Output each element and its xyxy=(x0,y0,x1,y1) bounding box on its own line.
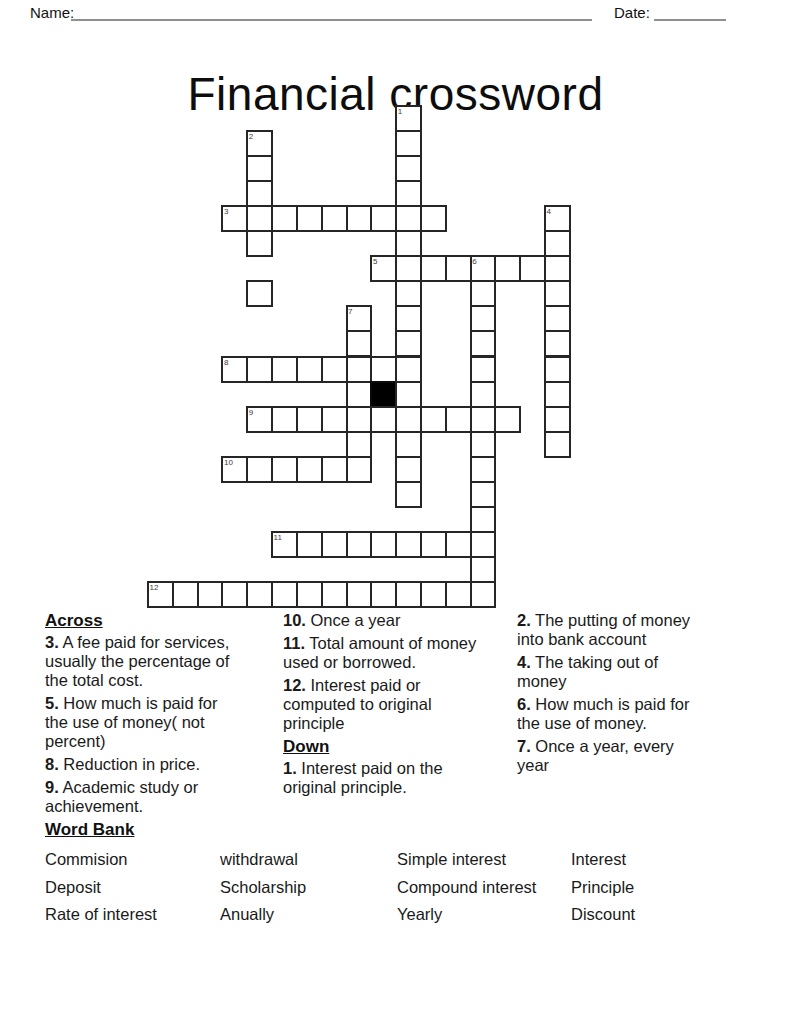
grid-cell[interactable] xyxy=(346,330,373,357)
grid-cell[interactable] xyxy=(494,255,521,282)
grid-cell[interactable] xyxy=(395,406,422,433)
grid-cell[interactable] xyxy=(321,356,348,383)
grid-cell[interactable] xyxy=(346,406,373,433)
grid-cell[interactable] xyxy=(370,356,397,383)
cell-number-5: 5 xyxy=(373,257,377,266)
grid-cell[interactable] xyxy=(420,205,447,232)
clue-2: 2. The putting of money into bank accoun… xyxy=(517,611,767,649)
grid-cell[interactable] xyxy=(395,581,422,608)
clue-text: How much is paid for the use of money( n… xyxy=(45,694,217,750)
clue-text: Reduction in price. xyxy=(63,755,200,773)
grid-cell[interactable] xyxy=(445,406,472,433)
grid-cell[interactable] xyxy=(395,356,422,383)
grid-cell[interactable] xyxy=(346,456,373,483)
grid-cell[interactable] xyxy=(519,255,546,282)
grid-cell[interactable] xyxy=(544,356,571,383)
crossword-worksheet: Name: Date: Financial crossword 12345678… xyxy=(0,0,791,1024)
clues-column-2: 10. Once a year11. Total amount of money… xyxy=(283,611,513,801)
grid-cell[interactable] xyxy=(544,381,571,408)
clue-5: 5. How much is paid for the use of money… xyxy=(45,694,280,751)
grid-cell[interactable] xyxy=(395,305,422,332)
word-bank-item: Principle xyxy=(571,878,721,897)
grid-cell[interactable] xyxy=(420,255,447,282)
date-write-in-line[interactable] xyxy=(654,19,726,21)
grid-cell[interactable] xyxy=(420,531,447,558)
grid-cell[interactable] xyxy=(470,381,497,408)
clue-number: 11. xyxy=(283,634,305,652)
grid-cell[interactable] xyxy=(445,531,472,558)
clue-number: 10. xyxy=(283,611,306,629)
grid-cell[interactable] xyxy=(395,155,422,182)
grid-cell[interactable] xyxy=(445,581,472,608)
grid-cell[interactable] xyxy=(321,456,348,483)
word-bank-item: Commision xyxy=(45,850,220,869)
cell-number-12: 12 xyxy=(150,583,159,592)
grid-cell[interactable] xyxy=(544,406,571,433)
clue-number: 12. xyxy=(283,676,306,694)
clue-8: 8. Reduction in price. xyxy=(45,755,280,774)
grid-cell[interactable] xyxy=(246,155,273,182)
grid-cell[interactable] xyxy=(544,255,571,282)
grid-cell[interactable] xyxy=(470,330,497,357)
cell-number-6: 6 xyxy=(472,257,476,266)
clues-heading-down: Down xyxy=(283,737,513,756)
grid-cell[interactable] xyxy=(246,456,273,483)
clue-text: Academic study or achievement. xyxy=(45,778,198,815)
grid-cell[interactable] xyxy=(246,230,273,257)
grid-cell[interactable] xyxy=(370,406,397,433)
clue-7: 7. Once a year, every year xyxy=(517,737,767,775)
grid-cell[interactable] xyxy=(395,280,422,307)
clue-number: 9. xyxy=(45,778,59,796)
clue-number: 1. xyxy=(283,759,297,777)
cell-number-7: 7 xyxy=(348,307,352,316)
grid-cell[interactable] xyxy=(395,205,422,232)
clues-heading-across: Across xyxy=(45,611,280,630)
grid-cell[interactable] xyxy=(544,230,571,257)
word-bank-item: Anually xyxy=(220,905,397,924)
grid-cell[interactable] xyxy=(271,356,298,383)
grid-cell[interactable] xyxy=(470,305,497,332)
grid-cell[interactable] xyxy=(470,280,497,307)
word-bank-item: Discount xyxy=(571,905,721,924)
grid-cell[interactable] xyxy=(246,180,273,207)
black-cell xyxy=(370,381,397,408)
grid-cell[interactable] xyxy=(544,431,571,458)
name-label: Name: xyxy=(30,4,74,22)
grid-cell[interactable] xyxy=(395,381,422,408)
clue-1: 1. Interest paid on the original princip… xyxy=(283,759,513,797)
grid-cell[interactable] xyxy=(296,581,323,608)
grid-cell[interactable] xyxy=(494,406,521,433)
clue-text: Once a year, every year xyxy=(517,737,674,774)
grid-cell[interactable] xyxy=(296,356,323,383)
word-bank-item: Interest xyxy=(571,850,721,869)
clue-number: 4. xyxy=(517,653,531,671)
grid-cell[interactable] xyxy=(346,431,373,458)
word-bank-item: withdrawal xyxy=(220,850,397,869)
cell-number-4: 4 xyxy=(547,207,551,216)
word-bank-section: Word Bank CommisionwithdrawalSimple inte… xyxy=(45,820,765,924)
grid-cell[interactable] xyxy=(321,581,348,608)
grid-cell[interactable] xyxy=(271,456,298,483)
name-write-in-line[interactable] xyxy=(71,19,592,21)
grid-cell[interactable] xyxy=(370,531,397,558)
word-bank-item: Compound interest xyxy=(397,878,571,897)
grid-cell[interactable] xyxy=(296,406,323,433)
cell-number-3: 3 xyxy=(224,207,228,216)
clue-text: The taking out of money xyxy=(517,653,658,690)
clue-3: 3. A fee paid for services, usually the … xyxy=(45,633,280,690)
grid-cell[interactable] xyxy=(395,330,422,357)
grid-cell[interactable] xyxy=(296,531,323,558)
grid-cell[interactable] xyxy=(271,205,298,232)
clue-text: Total amount of money used or borrowed. xyxy=(283,634,476,671)
clue-11: 11. Total amount of money used or borrow… xyxy=(283,634,513,672)
grid-cell[interactable] xyxy=(395,230,422,257)
clue-4: 4. The taking out of money xyxy=(517,653,767,691)
word-bank-heading: Word Bank xyxy=(45,820,765,839)
grid-cell[interactable] xyxy=(346,356,373,383)
grid-cell[interactable] xyxy=(544,305,571,332)
clues-column-1: Across3. A fee paid for services, usuall… xyxy=(45,611,280,820)
grid-cell[interactable] xyxy=(321,205,348,232)
clue-number: 2. xyxy=(517,611,531,629)
word-bank-item: Deposit xyxy=(45,878,220,897)
clues-column-3: 2. The putting of money into bank accoun… xyxy=(517,611,767,779)
grid-cell[interactable] xyxy=(271,406,298,433)
clue-9: 9. Academic study or achievement. xyxy=(45,778,280,816)
clue-text: A fee paid for services, usually the per… xyxy=(45,633,229,689)
grid-cell[interactable] xyxy=(395,431,422,458)
grid-cell[interactable] xyxy=(296,205,323,232)
grid-cell[interactable] xyxy=(221,581,248,608)
word-bank-item: Simple interest xyxy=(397,850,571,869)
cell-number-8: 8 xyxy=(224,358,228,367)
grid-cell[interactable] xyxy=(470,531,497,558)
clue-number: 5. xyxy=(45,694,59,712)
word-bank-item: Rate of interest xyxy=(45,905,220,924)
grid-cell[interactable] xyxy=(470,431,497,458)
grid-cell[interactable] xyxy=(246,356,273,383)
grid-cell[interactable] xyxy=(370,581,397,608)
grid-cell[interactable] xyxy=(321,531,348,558)
clue-number: 3. xyxy=(45,633,59,651)
grid-cell[interactable] xyxy=(470,456,497,483)
cell-number-11: 11 xyxy=(274,533,282,542)
cell-number-1: 1 xyxy=(398,107,402,116)
grid-cell[interactable] xyxy=(246,205,273,232)
grid-cell[interactable] xyxy=(395,255,422,282)
grid-cell[interactable] xyxy=(544,330,571,357)
word-bank-item: Scholarship xyxy=(220,878,397,897)
grid-cell[interactable] xyxy=(271,581,298,608)
grid-cell[interactable] xyxy=(395,130,422,157)
clue-12: 12. Interest paid or computed to origina… xyxy=(283,676,513,733)
grid-cell[interactable] xyxy=(197,581,224,608)
clue-text: Interest paid on the original principle. xyxy=(283,759,443,796)
cell-number-2: 2 xyxy=(249,132,253,141)
clue-text: Interest paid or computed to original pr… xyxy=(283,676,432,732)
grid-cell[interactable] xyxy=(470,556,497,583)
grid-cell[interactable] xyxy=(470,506,497,533)
grid-cell[interactable] xyxy=(346,531,373,558)
clue-10: 10. Once a year xyxy=(283,611,513,630)
grid-cell[interactable] xyxy=(246,280,273,307)
grid-cell[interactable] xyxy=(420,406,447,433)
word-bank-grid: CommisionwithdrawalSimple interestIntere… xyxy=(45,850,765,924)
grid-cell[interactable] xyxy=(470,481,497,508)
cell-number-9: 9 xyxy=(249,408,253,417)
grid-cell[interactable] xyxy=(395,456,422,483)
grid-cell[interactable] xyxy=(395,180,422,207)
cell-number-10: 10 xyxy=(224,458,233,467)
grid-cell[interactable] xyxy=(395,481,422,508)
word-bank-item: Yearly xyxy=(397,905,571,924)
grid-cell[interactable] xyxy=(420,581,447,608)
clue-text: The putting of money into bank account xyxy=(517,611,690,648)
grid-cell[interactable] xyxy=(470,356,497,383)
grid-cell[interactable] xyxy=(470,581,497,608)
grid-cell[interactable] xyxy=(346,581,373,608)
grid-cell[interactable] xyxy=(544,280,571,307)
clue-number: 6. xyxy=(517,695,531,713)
grid-cell[interactable] xyxy=(346,205,373,232)
grid-cell[interactable] xyxy=(296,456,323,483)
clue-number: 7. xyxy=(517,737,531,755)
clue-text: How much is paid for the use of money. xyxy=(517,695,689,732)
grid-cell[interactable] xyxy=(346,381,373,408)
grid-cell[interactable] xyxy=(445,255,472,282)
clue-number: 8. xyxy=(45,755,59,773)
grid-cell[interactable] xyxy=(395,531,422,558)
grid-cell[interactable] xyxy=(172,581,199,608)
grid-cell[interactable] xyxy=(470,406,497,433)
grid-cell[interactable] xyxy=(370,205,397,232)
date-label: Date: xyxy=(614,4,650,22)
clue-6: 6. How much is paid for the use of money… xyxy=(517,695,767,733)
crossword-grid: 123456789101112 xyxy=(147,105,572,609)
grid-cell[interactable] xyxy=(321,406,348,433)
clue-text: Once a year xyxy=(311,611,401,629)
grid-cell[interactable] xyxy=(246,581,273,608)
